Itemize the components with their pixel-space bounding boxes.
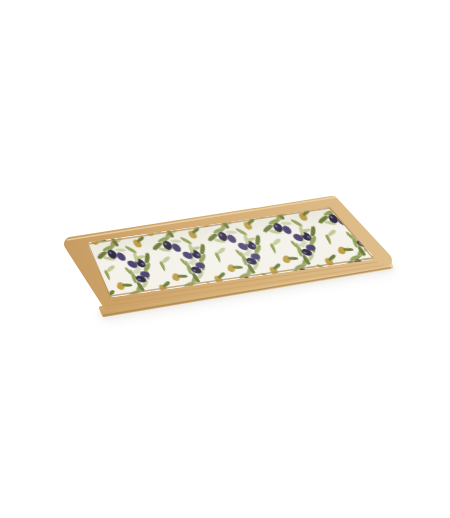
product-image	[0, 0, 450, 518]
